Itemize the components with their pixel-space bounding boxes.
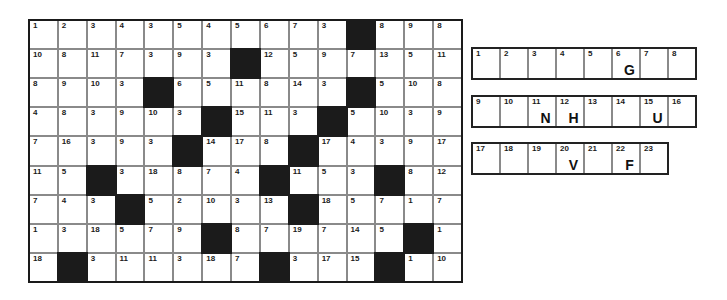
cell-r8-c4[interactable]: 5 xyxy=(117,225,144,252)
key-cell-number: 17 xyxy=(476,145,485,154)
cell-r1-c13[interactable]: 8 xyxy=(376,21,403,48)
cell-number: 11 xyxy=(293,168,301,177)
key-cell-number: 14 xyxy=(616,98,625,107)
cell-r3-c13[interactable]: 5 xyxy=(376,79,403,106)
cell-r6-c15[interactable]: 12 xyxy=(434,167,461,194)
cell-number: 3 xyxy=(148,22,152,31)
key-cell-6[interactable]: 6G xyxy=(613,49,639,78)
cell-r3-c8[interactable]: 11 xyxy=(232,79,259,106)
cell-r3-c11[interactable]: 3 xyxy=(319,79,346,106)
cell-r7-c3[interactable]: 3 xyxy=(88,196,115,223)
cell-number: 13 xyxy=(379,51,388,60)
cell-number: 7 xyxy=(351,51,355,60)
cell-r7-c8[interactable]: 3 xyxy=(232,196,259,223)
cell-number: 8 xyxy=(62,51,66,60)
cell-r2-c10[interactable]: 5 xyxy=(290,50,317,77)
cell-number: 3 xyxy=(120,80,124,89)
block-r8-c7 xyxy=(203,225,230,252)
cell-r8-c1[interactable]: 1 xyxy=(30,225,57,252)
cell-r3-c6[interactable]: 6 xyxy=(174,79,201,106)
cell-r2-c7[interactable]: 3 xyxy=(203,50,230,77)
cell-r1-c4[interactable]: 4 xyxy=(117,21,144,48)
cell-number: 9 xyxy=(437,109,441,118)
cell-r8-c13[interactable]: 5 xyxy=(376,225,403,252)
cell-r9-c14[interactable]: 1 xyxy=(405,254,432,281)
cell-number: 5 xyxy=(206,80,210,89)
cell-r2-c4[interactable]: 7 xyxy=(117,50,144,77)
cell-r5-c1[interactable]: 7 xyxy=(30,137,57,164)
cell-number: 7 xyxy=(322,226,326,235)
cell-number: 4 xyxy=(206,22,210,31)
cell-r7-c6[interactable]: 2 xyxy=(174,196,201,223)
cell-number: 18 xyxy=(206,255,215,264)
cell-r9-c1[interactable]: 18 xyxy=(30,254,57,281)
cell-number: 3 xyxy=(120,168,124,177)
key-cell-10[interactable]: 10 xyxy=(501,97,527,126)
cell-number: 10 xyxy=(91,80,100,89)
cell-number: 9 xyxy=(120,109,124,118)
cell-number: 15 xyxy=(235,109,244,118)
key-cell-11[interactable]: 11N xyxy=(529,97,555,126)
cell-number: 4 xyxy=(62,197,66,206)
key-cell-number: 16 xyxy=(672,98,681,107)
key-solved-letter: V xyxy=(557,158,583,172)
cell-number: 5 xyxy=(351,197,355,206)
cell-r6-c6[interactable]: 8 xyxy=(174,167,201,194)
key-cell-2[interactable]: 2 xyxy=(501,49,527,78)
cell-number: 3 xyxy=(91,22,95,31)
cell-number: 2 xyxy=(62,22,66,31)
cell-number: 17 xyxy=(235,138,244,147)
cell-number: 11 xyxy=(120,255,128,264)
cell-r5-c8[interactable]: 17 xyxy=(232,137,259,164)
cell-r6-c14[interactable]: 8 xyxy=(405,167,432,194)
key-cell-number: 1 xyxy=(476,50,480,59)
cell-number: 7 xyxy=(206,168,210,177)
cell-number: 14 xyxy=(293,80,302,89)
block-r4-c7 xyxy=(203,108,230,135)
cell-number: 4 xyxy=(120,22,124,31)
key-cell-14[interactable]: 14 xyxy=(613,97,639,126)
key-cell-number: 19 xyxy=(532,145,541,154)
cell-r8-c6[interactable]: 9 xyxy=(174,225,201,252)
key-cell-number: 4 xyxy=(560,50,564,59)
key-cell-21[interactable]: 21 xyxy=(585,144,611,173)
key-cell-number: 15 xyxy=(644,98,653,107)
cell-r7-c9[interactable]: 13 xyxy=(261,196,288,223)
block-r1-c12 xyxy=(348,21,375,48)
cell-r1-c15[interactable]: 8 xyxy=(434,21,461,48)
block-r2-c8 xyxy=(232,50,259,77)
cell-number: 1 xyxy=(437,226,441,235)
cell-r2-c14[interactable]: 5 xyxy=(405,50,432,77)
key-cell-number: 10 xyxy=(504,98,513,107)
cell-r2-c6[interactable]: 9 xyxy=(174,50,201,77)
key-cell-number: 2 xyxy=(504,50,508,59)
cell-r7-c13[interactable]: 7 xyxy=(376,196,403,223)
cell-r7-c11[interactable]: 18 xyxy=(319,196,346,223)
cell-r3-c2[interactable]: 9 xyxy=(59,79,86,106)
key-solved-letter: N xyxy=(529,111,555,125)
key-cell-number: 11 xyxy=(532,98,540,107)
cell-r9-c4[interactable]: 11 xyxy=(117,254,144,281)
cell-r7-c14[interactable]: 1 xyxy=(405,196,432,223)
cell-r1-c1[interactable]: 1 xyxy=(30,21,57,48)
cell-r9-c10[interactable]: 3 xyxy=(290,254,317,281)
cell-number: 3 xyxy=(293,255,297,264)
cell-number: 8 xyxy=(177,168,181,177)
codeword-puzzle-page: 1234354567389810811739312597135118910365… xyxy=(0,0,727,300)
cell-number: 4 xyxy=(33,109,37,118)
block-r6-c9 xyxy=(261,167,288,194)
key-solved-letter: G xyxy=(613,63,639,77)
cell-number: 9 xyxy=(408,138,412,147)
cell-r5-c2[interactable]: 16 xyxy=(59,137,86,164)
cell-number: 1 xyxy=(408,197,412,206)
cell-r3-c9[interactable]: 8 xyxy=(261,79,288,106)
cell-number: 5 xyxy=(62,168,66,177)
cell-number: 5 xyxy=(351,109,355,118)
codeword-board: 1234354567389810811739312597135118910365… xyxy=(28,19,463,283)
block-r4-c11 xyxy=(319,108,346,135)
cell-number: 5 xyxy=(379,226,383,235)
block-r5-c10 xyxy=(290,137,317,164)
cell-number: 10 xyxy=(148,109,157,118)
cell-r8-c9[interactable]: 7 xyxy=(261,225,288,252)
key-solved-letter: F xyxy=(613,158,639,172)
cell-r4-c2[interactable]: 8 xyxy=(59,108,86,135)
block-r7-c4 xyxy=(117,196,144,223)
key-cell-7[interactable]: 7 xyxy=(641,49,667,78)
cell-number: 6 xyxy=(264,22,268,31)
cell-number: 10 xyxy=(379,109,388,118)
cell-r1-c10[interactable]: 7 xyxy=(290,21,317,48)
cell-number: 17 xyxy=(322,138,331,147)
cell-number: 11 xyxy=(264,109,272,118)
cell-number: 8 xyxy=(62,109,66,118)
key-cell-number: 5 xyxy=(588,50,592,59)
cell-number: 12 xyxy=(264,51,273,60)
key-cell-number: 18 xyxy=(504,145,513,154)
cell-number: 5 xyxy=(177,22,181,31)
cell-r2-c12[interactable]: 7 xyxy=(348,50,375,77)
key-cell-number: 8 xyxy=(672,50,676,59)
cell-r3-c1[interactable]: 8 xyxy=(30,79,57,106)
cell-r7-c2[interactable]: 4 xyxy=(59,196,86,223)
key-cell-number: 9 xyxy=(476,98,480,107)
cell-r1-c9[interactable]: 6 xyxy=(261,21,288,48)
cell-number: 14 xyxy=(351,226,360,235)
block-r3-c12 xyxy=(348,79,375,106)
cell-number: 17 xyxy=(322,255,331,264)
cell-number: 18 xyxy=(148,168,157,177)
cell-number: 8 xyxy=(235,226,239,235)
cell-r2-c11[interactable]: 9 xyxy=(319,50,346,77)
cell-number: 3 xyxy=(91,255,95,264)
key-cell-19[interactable]: 19 xyxy=(529,144,555,173)
cell-number: 8 xyxy=(437,22,441,31)
key-cell-number: 12 xyxy=(560,98,569,107)
cell-r3-c7[interactable]: 5 xyxy=(203,79,230,106)
cell-number: 4 xyxy=(235,168,239,177)
cell-number: 5 xyxy=(235,22,239,31)
cell-r5-c11[interactable]: 17 xyxy=(319,137,346,164)
cell-r6-c8[interactable]: 4 xyxy=(232,167,259,194)
cell-number: 7 xyxy=(33,138,37,147)
cell-number: 5 xyxy=(120,226,124,235)
key-cell-23[interactable]: 23 xyxy=(641,144,667,173)
cell-number: 9 xyxy=(408,22,412,31)
cell-r4-c3[interactable]: 3 xyxy=(88,108,115,135)
cell-r6-c7[interactable]: 7 xyxy=(203,167,230,194)
cell-number: 3 xyxy=(91,109,95,118)
key-cell-number: 3 xyxy=(532,50,536,59)
cell-number: 11 xyxy=(91,51,99,60)
cell-number: 2 xyxy=(177,197,181,206)
cell-r7-c7[interactable]: 10 xyxy=(203,196,230,223)
block-r8-c14 xyxy=(405,225,432,252)
cell-r1-c2[interactable]: 2 xyxy=(59,21,86,48)
cell-number: 4 xyxy=(351,138,355,147)
cell-number: 11 xyxy=(437,51,445,60)
cell-number: 3 xyxy=(62,226,66,235)
key-cell-22[interactable]: 22F xyxy=(613,144,639,173)
cell-r8-c15[interactable]: 1 xyxy=(434,225,461,252)
key-cell-number: 22 xyxy=(616,145,625,154)
cell-r5-c9[interactable]: 8 xyxy=(261,137,288,164)
cell-number: 3 xyxy=(177,255,181,264)
cell-number: 18 xyxy=(33,255,42,264)
cell-r3-c15[interactable]: 8 xyxy=(434,79,461,106)
key-cell-number: 7 xyxy=(644,50,648,59)
cell-r1-c11[interactable]: 3 xyxy=(319,21,346,48)
cell-r8-c3[interactable]: 18 xyxy=(88,225,115,252)
key-cell-13[interactable]: 13 xyxy=(585,97,611,126)
cell-number: 7 xyxy=(33,197,37,206)
cell-number: 9 xyxy=(177,226,181,235)
cell-r6-c1[interactable]: 11 xyxy=(30,167,57,194)
cell-r2-c5[interactable]: 3 xyxy=(145,50,172,77)
block-r7-c10 xyxy=(290,196,317,223)
cell-number: 5 xyxy=(408,51,412,60)
cell-r1-c14[interactable]: 9 xyxy=(405,21,432,48)
cell-number: 3 xyxy=(91,197,95,206)
cell-r9-c5[interactable]: 11 xyxy=(145,254,172,281)
cell-r6-c10[interactable]: 11 xyxy=(290,167,317,194)
cell-number: 10 xyxy=(33,51,42,60)
key-cell-18[interactable]: 18 xyxy=(501,144,527,173)
cell-r3-c10[interactable]: 14 xyxy=(290,79,317,106)
block-r9-c2 xyxy=(59,254,86,281)
key-cell-number: 23 xyxy=(644,145,653,154)
cell-number: 10 xyxy=(206,197,215,206)
key-cell-number: 21 xyxy=(588,145,597,154)
cell-number: 5 xyxy=(293,51,297,60)
key-cell-1[interactable]: 1 xyxy=(473,49,499,78)
cell-number: 3 xyxy=(177,109,181,118)
cell-number: 7 xyxy=(379,197,383,206)
cell-number: 10 xyxy=(437,255,446,264)
cell-r8-c8[interactable]: 8 xyxy=(232,225,259,252)
cell-number: 16 xyxy=(62,138,71,147)
cell-number: 7 xyxy=(437,197,441,206)
key-solved-letter: U xyxy=(641,111,667,125)
cell-number: 3 xyxy=(206,51,210,60)
cell-r2-c9[interactable]: 12 xyxy=(261,50,288,77)
key-cell-4[interactable]: 4 xyxy=(557,49,583,78)
cell-r9-c8[interactable]: 7 xyxy=(232,254,259,281)
cell-r2-c2[interactable]: 8 xyxy=(59,50,86,77)
cell-r4-c5[interactable]: 10 xyxy=(145,108,172,135)
cell-number: 7 xyxy=(235,255,239,264)
cell-r1-c3[interactable]: 3 xyxy=(88,21,115,48)
block-r3-c5 xyxy=(145,79,172,106)
key-cell-16[interactable]: 16 xyxy=(669,97,695,126)
cell-number: 11 xyxy=(235,80,243,89)
key-cell-number: 20 xyxy=(560,145,569,154)
cell-r3-c3[interactable]: 10 xyxy=(88,79,115,106)
cell-number: 18 xyxy=(91,226,100,235)
cell-r5-c14[interactable]: 9 xyxy=(405,137,432,164)
cell-number: 3 xyxy=(322,80,326,89)
block-r9-c9 xyxy=(261,254,288,281)
cell-r4-c8[interactable]: 15 xyxy=(232,108,259,135)
cell-r4-c4[interactable]: 9 xyxy=(117,108,144,135)
cell-r5-c13[interactable]: 3 xyxy=(376,137,403,164)
cell-r7-c1[interactable]: 7 xyxy=(30,196,57,223)
key-cell-3[interactable]: 3 xyxy=(529,49,555,78)
cell-r6-c12[interactable]: 3 xyxy=(348,167,375,194)
cell-r2-c1[interactable]: 10 xyxy=(30,50,57,77)
cell-number: 3 xyxy=(235,197,239,206)
cell-r1-c7[interactable]: 4 xyxy=(203,21,230,48)
key-cell-9[interactable]: 9 xyxy=(473,97,499,126)
cell-r4-c12[interactable]: 5 xyxy=(348,108,375,135)
cell-r9-c7[interactable]: 18 xyxy=(203,254,230,281)
cell-number: 12 xyxy=(437,168,446,177)
block-r5-c6 xyxy=(174,137,201,164)
cell-r5-c4[interactable]: 9 xyxy=(117,137,144,164)
cell-r9-c11[interactable]: 17 xyxy=(319,254,346,281)
cell-r6-c2[interactable]: 5 xyxy=(59,167,86,194)
cell-r4-c9[interactable]: 11 xyxy=(261,108,288,135)
cell-number: 3 xyxy=(148,138,152,147)
cell-r8-c2[interactable]: 3 xyxy=(59,225,86,252)
cell-r8-c10[interactable]: 19 xyxy=(290,225,317,252)
cell-r9-c12[interactable]: 15 xyxy=(348,254,375,281)
cell-r8-c11[interactable]: 7 xyxy=(319,225,346,252)
cell-r7-c5[interactable]: 5 xyxy=(145,196,172,223)
letter-key-row-3: 17181920V2122F23 xyxy=(471,142,669,175)
cell-r2-c3[interactable]: 11 xyxy=(88,50,115,77)
key-cell-20[interactable]: 20V xyxy=(557,144,583,173)
cell-r1-c6[interactable]: 5 xyxy=(174,21,201,48)
cell-number: 14 xyxy=(206,138,215,147)
cell-number: 19 xyxy=(293,226,302,235)
cell-r2-c13[interactable]: 13 xyxy=(376,50,403,77)
cell-number: 8 xyxy=(379,22,383,31)
cell-r4-c13[interactable]: 10 xyxy=(376,108,403,135)
key-cell-number: 13 xyxy=(588,98,597,107)
cell-number: 7 xyxy=(120,51,124,60)
block-r6-c3 xyxy=(88,167,115,194)
cell-number: 1 xyxy=(33,226,37,235)
cell-r1-c5[interactable]: 3 xyxy=(145,21,172,48)
cell-number: 9 xyxy=(177,51,181,60)
cell-number: 5 xyxy=(379,80,383,89)
key-cell-8[interactable]: 8 xyxy=(669,49,695,78)
cell-r4-c10[interactable]: 3 xyxy=(290,108,317,135)
cell-r9-c15[interactable]: 10 xyxy=(434,254,461,281)
cell-r9-c6[interactable]: 3 xyxy=(174,254,201,281)
cell-r8-c12[interactable]: 14 xyxy=(348,225,375,252)
cell-r6-c4[interactable]: 3 xyxy=(117,167,144,194)
key-solved-letter: H xyxy=(557,111,583,125)
cell-number: 8 xyxy=(33,80,37,89)
cell-number: 1 xyxy=(408,255,412,264)
cell-r7-c15[interactable]: 7 xyxy=(434,196,461,223)
cell-number: 3 xyxy=(322,22,326,31)
cell-number: 5 xyxy=(148,197,152,206)
cell-r5-c12[interactable]: 4 xyxy=(348,137,375,164)
cell-r5-c15[interactable]: 17 xyxy=(434,137,461,164)
cell-number: 3 xyxy=(293,109,297,118)
cell-number: 3 xyxy=(148,51,152,60)
cell-r4-c15[interactable]: 9 xyxy=(434,108,461,135)
cell-number: 8 xyxy=(264,80,268,89)
cell-number: 1 xyxy=(33,22,37,31)
cell-r1-c8[interactable]: 5 xyxy=(232,21,259,48)
cell-number: 11 xyxy=(33,168,41,177)
cell-r3-c14[interactable]: 10 xyxy=(405,79,432,106)
cell-r2-c15[interactable]: 11 xyxy=(434,50,461,77)
cell-number: 3 xyxy=(91,138,95,147)
cell-number: 3 xyxy=(379,138,383,147)
cell-r4-c6[interactable]: 3 xyxy=(174,108,201,135)
key-cell-17[interactable]: 17 xyxy=(473,144,499,173)
block-r9-c13 xyxy=(376,254,403,281)
cell-number: 9 xyxy=(62,80,66,89)
key-cell-12[interactable]: 12H xyxy=(557,97,583,126)
cell-r6-c5[interactable]: 18 xyxy=(145,167,172,194)
cell-number: 3 xyxy=(351,168,355,177)
cell-r4-c1[interactable]: 4 xyxy=(30,108,57,135)
cell-number: 6 xyxy=(177,80,181,89)
cell-number: 11 xyxy=(148,255,156,264)
cell-number: 5 xyxy=(322,168,326,177)
cell-r5-c7[interactable]: 14 xyxy=(203,137,230,164)
cell-number: 8 xyxy=(408,168,412,177)
block-r6-c13 xyxy=(376,167,403,194)
letter-key-row-1: 123456G78 xyxy=(471,47,697,80)
cell-r9-c3[interactable]: 3 xyxy=(88,254,115,281)
key-cell-number: 6 xyxy=(616,50,620,59)
cell-r7-c12[interactable]: 5 xyxy=(348,196,375,223)
cell-number: 7 xyxy=(293,22,297,31)
key-cell-15[interactable]: 15U xyxy=(641,97,667,126)
cell-r3-c4[interactable]: 3 xyxy=(117,79,144,106)
cell-number: 13 xyxy=(264,197,273,206)
key-cell-5[interactable]: 5 xyxy=(585,49,611,78)
cell-r5-c5[interactable]: 3 xyxy=(145,137,172,164)
letter-key-row-2: 91011N12H131415U16 xyxy=(471,95,697,128)
cell-number: 8 xyxy=(437,80,441,89)
cell-r4-c14[interactable]: 3 xyxy=(405,108,432,135)
cell-r5-c3[interactable]: 3 xyxy=(88,137,115,164)
cell-r6-c11[interactable]: 5 xyxy=(319,167,346,194)
cell-r8-c5[interactable]: 7 xyxy=(145,225,172,252)
cell-number: 8 xyxy=(264,138,268,147)
